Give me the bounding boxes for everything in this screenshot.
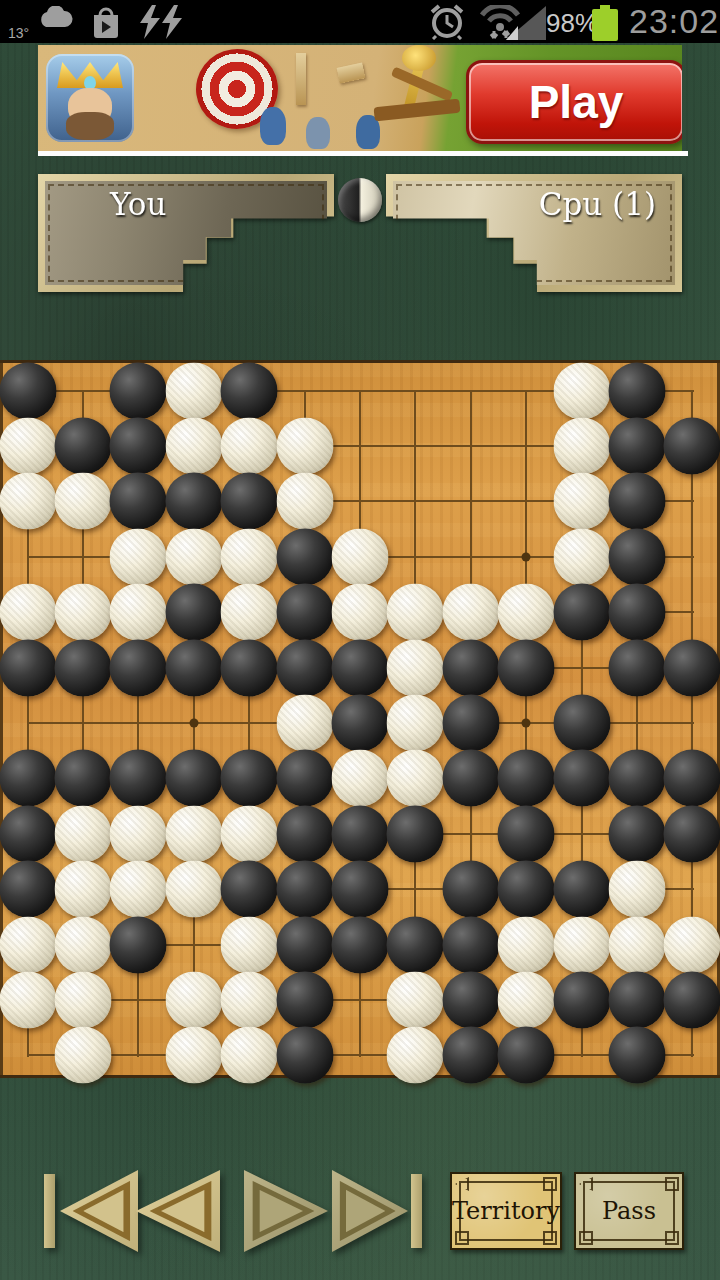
stone-black — [498, 861, 555, 918]
stone-black — [664, 418, 720, 475]
stone-white — [387, 1027, 444, 1084]
stone-white — [165, 971, 222, 1028]
wood-post-graphic — [296, 53, 306, 105]
stone-black — [498, 1027, 555, 1084]
stone-black — [221, 861, 278, 918]
pass-button[interactable]: Pass — [574, 1172, 684, 1250]
stone-white — [553, 473, 610, 530]
stone-white — [55, 1027, 112, 1084]
stone-black — [608, 584, 665, 641]
stone-white — [55, 584, 112, 641]
nav-triangle-left-icon — [60, 1170, 138, 1252]
stone-black — [110, 362, 167, 419]
stone-white — [110, 861, 167, 918]
stone-white — [221, 971, 278, 1028]
stone-white — [0, 916, 56, 973]
stone-white — [165, 1027, 222, 1084]
stone-black — [55, 639, 112, 696]
soldier-figure — [306, 117, 330, 149]
stone-black — [331, 694, 388, 751]
stone-white — [498, 916, 555, 973]
stone-black — [664, 805, 720, 862]
stone-black — [110, 750, 167, 807]
wood-plank-graphic — [337, 62, 366, 83]
stone-black — [331, 639, 388, 696]
stone-black — [442, 971, 499, 1028]
stone-black — [221, 362, 278, 419]
nav-triangle-left-icon — [136, 1170, 220, 1252]
stone-black — [276, 639, 333, 696]
stone-black — [664, 639, 720, 696]
stone-white — [165, 418, 222, 475]
corner-ornament — [543, 1177, 557, 1191]
stone-white — [221, 584, 278, 641]
stone-black — [276, 916, 333, 973]
stone-white — [165, 805, 222, 862]
battery-percent-label: 98% — [546, 8, 598, 39]
stone-black — [442, 1027, 499, 1084]
stone-white — [608, 861, 665, 918]
stone-black — [442, 639, 499, 696]
stone-white — [387, 750, 444, 807]
stone-white — [498, 584, 555, 641]
stone-white — [0, 584, 56, 641]
control-bar: Territory Pass — [0, 1168, 720, 1258]
stone-black — [55, 750, 112, 807]
stone-black — [221, 639, 278, 696]
battery-icon — [592, 5, 618, 41]
player-plate-you: You — [38, 174, 334, 292]
temperature-label: 13° — [8, 25, 29, 41]
stone-black — [110, 418, 167, 475]
stone-black — [664, 971, 720, 1028]
stone-black — [0, 750, 56, 807]
stone-white — [55, 805, 112, 862]
ad-app-icon — [46, 54, 134, 142]
stone-white — [221, 418, 278, 475]
stone-white — [110, 528, 167, 585]
corner-ornament — [455, 1231, 469, 1245]
stone-black — [387, 805, 444, 862]
stone-black — [553, 750, 610, 807]
stone-white — [664, 916, 720, 973]
pass-label: Pass — [602, 1197, 656, 1225]
nav-triangle-right-icon — [332, 1170, 408, 1252]
stone-white — [221, 916, 278, 973]
stone-white — [553, 362, 610, 419]
player-name-right: Cpu (1) — [539, 186, 656, 222]
stone-black — [110, 639, 167, 696]
stone-black — [553, 694, 610, 751]
next-move-button[interactable] — [244, 1168, 328, 1254]
stone-white — [165, 861, 222, 918]
stone-white — [110, 805, 167, 862]
stone-black — [608, 473, 665, 530]
stone-white — [0, 473, 56, 530]
stone-black — [221, 750, 278, 807]
stone-white — [55, 473, 112, 530]
stone-black — [276, 805, 333, 862]
corner-ornament — [665, 1177, 679, 1191]
stone-black — [553, 971, 610, 1028]
stone-black — [608, 1027, 665, 1084]
stone-white — [553, 418, 610, 475]
stone-white — [442, 584, 499, 641]
stone-white — [0, 971, 56, 1028]
stone-black — [498, 805, 555, 862]
first-move-button[interactable] — [44, 1168, 134, 1254]
stone-black — [276, 1027, 333, 1084]
stone-black — [498, 750, 555, 807]
stone-black — [276, 584, 333, 641]
stone-white — [55, 861, 112, 918]
stone-white — [276, 418, 333, 475]
stone-black — [110, 473, 167, 530]
stone-black — [608, 805, 665, 862]
alarm-clock-icon — [428, 4, 466, 40]
ad-play-label: Play — [529, 75, 624, 129]
stone-white — [331, 584, 388, 641]
corner-ornament — [579, 1231, 593, 1245]
king-beard-graphic — [66, 112, 114, 140]
stone-black — [276, 861, 333, 918]
stone-white — [165, 528, 222, 585]
power-bolts-icon — [138, 5, 182, 39]
stone-white — [55, 971, 112, 1028]
stone-white — [276, 473, 333, 530]
nav-triangle-right-icon — [244, 1170, 328, 1252]
stone-white — [165, 362, 222, 419]
nav-bar-glyph — [411, 1174, 422, 1248]
stone-white — [498, 971, 555, 1028]
stone-black — [553, 861, 610, 918]
stone-white — [553, 916, 610, 973]
stone-black — [276, 528, 333, 585]
star-point — [522, 718, 531, 727]
ad-play-button[interactable]: Play — [466, 60, 682, 144]
corner-ornament — [543, 1231, 557, 1245]
soldier-figure — [260, 107, 286, 145]
stone-white — [55, 916, 112, 973]
cell-signal-icon — [506, 6, 546, 40]
stone-black — [331, 916, 388, 973]
stone-white — [331, 528, 388, 585]
stone-white — [221, 1027, 278, 1084]
stone-black — [442, 750, 499, 807]
stone-black — [331, 861, 388, 918]
stone-white — [331, 750, 388, 807]
stone-black — [0, 861, 56, 918]
stone-white — [276, 694, 333, 751]
territory-label: Territory — [452, 1197, 560, 1225]
stone-black — [498, 639, 555, 696]
trebuchet-cup-graphic — [402, 45, 436, 71]
stone-black — [55, 418, 112, 475]
stone-black — [608, 418, 665, 475]
stone-white — [387, 639, 444, 696]
stone-white — [387, 584, 444, 641]
stone-black — [110, 916, 167, 973]
stone-white — [608, 916, 665, 973]
stone-black — [0, 639, 56, 696]
stone-black — [442, 861, 499, 918]
plate-ornament — [48, 184, 324, 282]
star-point — [189, 718, 198, 727]
status-bar: 13° 98% 23:02 — [0, 0, 720, 43]
stone-black — [553, 584, 610, 641]
stone-black — [0, 805, 56, 862]
stone-white — [387, 971, 444, 1028]
stone-black — [664, 750, 720, 807]
clock-label: 23:02 — [629, 2, 719, 41]
corner-ornament — [665, 1231, 679, 1245]
star-point — [522, 552, 531, 561]
player-plate-cpu: Cpu (1) — [386, 174, 682, 292]
stone-black — [608, 362, 665, 419]
turn-stone-icon — [338, 178, 382, 222]
catapult-base-graphic — [374, 99, 461, 122]
stone-black — [331, 805, 388, 862]
stone-black — [276, 750, 333, 807]
stone-white — [553, 528, 610, 585]
stone-black — [165, 639, 222, 696]
stone-black — [0, 362, 56, 419]
weather-cloud-icon — [36, 6, 76, 28]
stone-white — [110, 584, 167, 641]
stone-black — [608, 971, 665, 1028]
ad-banner[interactable]: Play — [38, 45, 682, 151]
stone-black — [276, 971, 333, 1028]
stone-black — [165, 584, 222, 641]
stone-white — [221, 528, 278, 585]
last-move-button[interactable] — [332, 1168, 424, 1254]
stone-white — [0, 418, 56, 475]
stone-black — [442, 916, 499, 973]
stone-black — [387, 916, 444, 973]
nav-bar-glyph — [44, 1174, 55, 1248]
ad-underline — [38, 151, 688, 156]
previous-move-button[interactable] — [136, 1168, 220, 1254]
player-name-left: You — [110, 186, 166, 222]
stone-black — [165, 750, 222, 807]
stone-black — [165, 473, 222, 530]
stone-black — [221, 473, 278, 530]
stone-black — [608, 528, 665, 585]
play-store-icon — [88, 5, 124, 39]
go-board[interactable] — [0, 360, 720, 1078]
stone-black — [608, 639, 665, 696]
stone-white — [221, 805, 278, 862]
territory-button[interactable]: Territory — [450, 1172, 562, 1250]
stone-white — [387, 694, 444, 751]
stone-black — [442, 694, 499, 751]
stone-black — [608, 750, 665, 807]
